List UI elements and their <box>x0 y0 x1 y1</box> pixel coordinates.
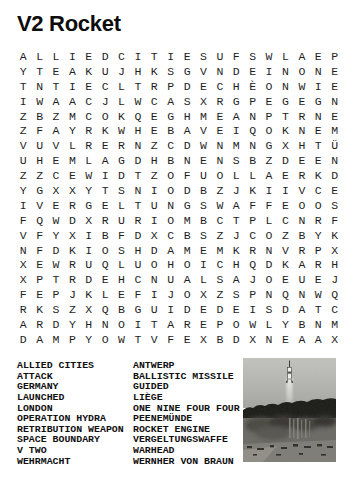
grid-cell-r12c18: N <box>294 213 310 228</box>
grid-cell-r5c18: R <box>294 109 310 124</box>
grid-cell-r9c10: O <box>163 168 179 183</box>
grid-cell-r13c12: S <box>195 228 211 243</box>
grid-cell-r18c5: X <box>81 302 97 317</box>
grid-cell-r10c16: I <box>261 183 277 198</box>
grid-cell-r14c14: K <box>228 243 244 258</box>
grid-cell-r8c2: H <box>31 153 47 168</box>
grid-cell-r7c2: U <box>31 138 47 153</box>
grid-cell-r19c3: D <box>48 317 64 332</box>
grid-cell-r10c3: X <box>48 183 64 198</box>
rocket-launch-photo <box>243 358 336 462</box>
grid-cell-r8c9: H <box>146 153 162 168</box>
grid-cell-r8c20: N <box>326 153 342 168</box>
grid-cell-r17c11: O <box>179 287 195 302</box>
grid-cell-r4c14: G <box>228 94 244 109</box>
grid-cell-r1c19: E <box>310 49 326 64</box>
grid-cell-r16c4: R <box>64 272 80 287</box>
grid-cell-r20c20: X <box>326 332 342 347</box>
grid-cell-r8c10: B <box>163 153 179 168</box>
grid-cell-r5c10: G <box>163 109 179 124</box>
grid-cell-r18c16: S <box>261 302 277 317</box>
grid-cell-r13c19: Y <box>310 228 326 243</box>
grid-cell-r15c11: O <box>179 257 195 272</box>
grid-cell-r20c14: D <box>228 332 244 347</box>
grid-cell-r4c12: X <box>195 94 211 109</box>
grid-cell-r6c2: F <box>31 123 47 138</box>
grid-cell-r19c4: Y <box>64 317 80 332</box>
grid-cell-r1c9: T <box>146 49 162 64</box>
grid-cell-r3c4: I <box>64 79 80 94</box>
grid-cell-r3c13: C <box>212 79 228 94</box>
grid-cell-r19c12: E <box>195 317 211 332</box>
grid-cell-r1c18: A <box>294 49 310 64</box>
grid-cell-r6c13: E <box>212 123 228 138</box>
grid-cell-r20c12: X <box>195 332 211 347</box>
grid-cell-r3c11: D <box>179 79 195 94</box>
grid-cell-r15c2: E <box>31 257 47 272</box>
grid-cell-r15c20: H <box>326 257 342 272</box>
grid-cell-r12c10: O <box>163 213 179 228</box>
grid-cell-r15c13: C <box>212 257 228 272</box>
grid-cell-r17c13: Z <box>212 287 228 302</box>
grid-cell-r12c12: B <box>195 213 211 228</box>
grid-cell-r13c5: I <box>81 228 97 243</box>
grid-cell-r8c8: D <box>130 153 146 168</box>
grid-cell-r16c5: D <box>81 272 97 287</box>
grid-cell-r10c19: C <box>310 183 326 198</box>
grid-cell-r5c9: E <box>146 109 162 124</box>
grid-cell-r17c6: L <box>97 287 113 302</box>
grid-cell-r13c2: F <box>31 228 47 243</box>
grid-cell-r2c11: G <box>179 64 195 79</box>
grid-cell-r16c16: O <box>261 272 277 287</box>
grid-cell-r12c15: P <box>244 213 260 228</box>
grid-cell-r7c11: D <box>179 138 195 153</box>
grid-cell-r2c9: K <box>146 64 162 79</box>
grid-cell-r10c4: X <box>64 183 80 198</box>
grid-cell-r11c12: S <box>195 198 211 213</box>
grid-cell-r4c2: W <box>31 94 47 109</box>
grid-cell-r18c3: S <box>48 302 64 317</box>
grid-cell-r6c11: A <box>179 123 195 138</box>
grid-cell-r4c4: A <box>64 94 80 109</box>
grid-cell-r4c8: W <box>130 94 146 109</box>
grid-cell-r20c18: A <box>294 332 310 347</box>
grid-cell-r17c8: F <box>130 287 146 302</box>
grid-cell-r2c17: N <box>277 64 293 79</box>
grid-cell-r7c3: V <box>48 138 64 153</box>
grid-cell-r3c3: T <box>48 79 64 94</box>
grid-cell-r9c9: Z <box>146 168 162 183</box>
grid-cell-r4c1: I <box>15 94 31 109</box>
grid-cell-r8c18: E <box>294 153 310 168</box>
grid-cell-r14c7: S <box>113 243 129 258</box>
grid-cell-r3c8: T <box>130 79 146 94</box>
grid-cell-r2c4: A <box>64 64 80 79</box>
grid-cell-r8c1: U <box>15 153 31 168</box>
grid-cell-r19c10: A <box>163 317 179 332</box>
grid-cell-r12c6: R <box>97 213 113 228</box>
grid-cell-r8c15: B <box>244 153 260 168</box>
grid-cell-r3c10: P <box>163 79 179 94</box>
grid-cell-r1c8: I <box>130 49 146 64</box>
grid-cell-r7c5: R <box>81 138 97 153</box>
grid-cell-r7c14: M <box>228 138 244 153</box>
grid-cell-r14c5: I <box>81 243 97 258</box>
grid-cell-r20c17: E <box>277 332 293 347</box>
grid-cell-r17c10: J <box>163 287 179 302</box>
grid-cell-r16c6: E <box>97 272 113 287</box>
grid-cell-r17c3: P <box>48 287 64 302</box>
grid-cell-r1c4: I <box>64 49 80 64</box>
grid-cell-r1c13: U <box>212 49 228 64</box>
grid-cell-r8c3: E <box>48 153 64 168</box>
grid-cell-r4c20: N <box>326 94 342 109</box>
grid-cell-r15c16: D <box>261 257 277 272</box>
grid-cell-r18c19: T <box>310 302 326 317</box>
grid-cell-r6c3: A <box>48 123 64 138</box>
grid-cell-r17c16: N <box>261 287 277 302</box>
grid-cell-r13c6: B <box>97 228 113 243</box>
grid-cell-r4c6: J <box>97 94 113 109</box>
word-list-item: WEHRMACHT <box>17 457 124 468</box>
grid-cell-r7c1: V <box>15 138 31 153</box>
grid-cell-r17c18: N <box>294 287 310 302</box>
grid-cell-r1c16: W <box>261 49 277 64</box>
grid-cell-r4c11: S <box>179 94 195 109</box>
grid-cell-r6c16: O <box>261 123 277 138</box>
grid-cell-r1c7: C <box>113 49 129 64</box>
grid-cell-r14c18: R <box>294 243 310 258</box>
grid-cell-r14c16: N <box>261 243 277 258</box>
grid-cell-r16c18: U <box>294 272 310 287</box>
grid-cell-r12c5: X <box>81 213 97 228</box>
grid-cell-r16c12: L <box>195 272 211 287</box>
grid-cell-r12c2: Q <box>31 213 47 228</box>
grid-cell-r16c17: E <box>277 272 293 287</box>
word-list-left-column: ALLIED CITIESATTACKGERMANYLAUNCHEDLONDON… <box>17 361 124 467</box>
grid-cell-r15c4: R <box>64 257 80 272</box>
grid-cell-r6c8: H <box>130 123 146 138</box>
grid-cell-r5c15: N <box>244 109 260 124</box>
grid-cell-r4c5: C <box>81 94 97 109</box>
grid-cell-r9c11: F <box>179 168 195 183</box>
grid-cell-r5c7: K <box>113 109 129 124</box>
grid-cell-r19c16: L <box>261 317 277 332</box>
grid-cell-r18c7: B <box>113 302 129 317</box>
grid-cell-r13c4: X <box>64 228 80 243</box>
grid-cell-r3c16: O <box>261 79 277 94</box>
grid-cell-r9c5: W <box>81 168 97 183</box>
grid-cell-r10c15: K <box>244 183 260 198</box>
grid-cell-r15c9: O <box>146 257 162 272</box>
grid-cell-r15c3: W <box>48 257 64 272</box>
grid-cell-r20c10: F <box>163 332 179 347</box>
grid-cell-r12c3: W <box>48 213 64 228</box>
grid-cell-r1c17: L <box>277 49 293 64</box>
grid-cell-r5c6: O <box>97 109 113 124</box>
grid-cell-r19c20: M <box>326 317 342 332</box>
grid-cell-r11c20: S <box>326 198 342 213</box>
grid-cell-r20c7: W <box>113 332 129 347</box>
grid-cell-r3c15: È <box>244 79 260 94</box>
grid-cell-r11c11: G <box>179 198 195 213</box>
grid-cell-r10c17: I <box>277 183 293 198</box>
grid-cell-r5c11: H <box>179 109 195 124</box>
photo-grain <box>243 358 336 462</box>
grid-cell-r3c17: N <box>277 79 293 94</box>
word-list-item: LAUNCHED <box>17 393 124 404</box>
grid-cell-r9c3: C <box>48 168 64 183</box>
grid-cell-r16c1: X <box>15 272 31 287</box>
grid-cell-r9c16: A <box>261 168 277 183</box>
grid-cell-r13c17: Z <box>277 228 293 243</box>
grid-cell-r2c8: H <box>130 64 146 79</box>
grid-cell-r2c5: K <box>81 64 97 79</box>
grid-cell-r6c7: W <box>113 123 129 138</box>
grid-cell-r19c17: Y <box>277 317 293 332</box>
grid-cell-r4c10: A <box>163 94 179 109</box>
grid-cell-r16c14: A <box>228 272 244 287</box>
grid-cell-r19c6: N <box>97 317 113 332</box>
grid-cell-r3c20: E <box>326 79 342 94</box>
grid-cell-r4c9: C <box>146 94 162 109</box>
grid-cell-r11c19: O <box>310 198 326 213</box>
grid-cell-r1c15: S <box>244 49 260 64</box>
grid-cell-r16c7: H <box>113 272 129 287</box>
grid-cell-r11c7: L <box>113 198 129 213</box>
grid-cell-r15c1: X <box>15 257 31 272</box>
grid-cell-r1c6: D <box>97 49 113 64</box>
grid-cell-r11c2: V <box>31 198 47 213</box>
grid-cell-r16c2: P <box>31 272 47 287</box>
grid-cell-r4c19: G <box>310 94 326 109</box>
grid-cell-r2c20: E <box>326 64 342 79</box>
grid-cell-r20c6: O <box>97 332 113 347</box>
grid-cell-r5c16: P <box>261 109 277 124</box>
grid-cell-r20c3: M <box>48 332 64 347</box>
grid-cell-r15c14: H <box>228 257 244 272</box>
grid-cell-r19c7: O <box>113 317 129 332</box>
grid-cell-r15c10: H <box>163 257 179 272</box>
grid-cell-r8c13: N <box>212 153 228 168</box>
grid-cell-r10c14: J <box>228 183 244 198</box>
grid-cell-r12c13: C <box>212 213 228 228</box>
grid-cell-r6c20: M <box>326 123 342 138</box>
grid-cell-r13c11: B <box>179 228 195 243</box>
grid-cell-r7c4: L <box>64 138 80 153</box>
grid-cell-r1c3: L <box>48 49 64 64</box>
grid-cell-r3c12: E <box>195 79 211 94</box>
grid-cell-r1c12: S <box>195 49 211 64</box>
grid-cell-r1c1: A <box>15 49 31 64</box>
grid-cell-r5c3: Z <box>48 109 64 124</box>
grid-cell-r20c2: A <box>31 332 47 347</box>
grid-cell-r20c8: T <box>130 332 146 347</box>
grid-cell-r5c8: Q <box>130 109 146 124</box>
grid-cell-r11c14: A <box>228 198 244 213</box>
grid-cell-r15c18: A <box>294 257 310 272</box>
grid-cell-r11c1: I <box>15 198 31 213</box>
grid-cell-r2c12: V <box>195 64 211 79</box>
grid-cell-r18c17: D <box>277 302 293 317</box>
grid-cell-r13c7: F <box>113 228 129 243</box>
grid-cell-r10c18: V <box>294 183 310 198</box>
grid-cell-r2c10: S <box>163 64 179 79</box>
grid-cell-r6c18: N <box>294 123 310 138</box>
grid-cell-r1c20: P <box>326 49 342 64</box>
grid-cell-r11c3: E <box>48 198 64 213</box>
grid-cell-r7c18: H <box>294 138 310 153</box>
grid-cell-r19c14: O <box>228 317 244 332</box>
grid-cell-r15c15: Q <box>244 257 260 272</box>
grid-cell-r11c5: G <box>81 198 97 213</box>
grid-cell-r15c6: Q <box>97 257 113 272</box>
grid-cell-r9c7: D <box>113 168 129 183</box>
grid-cell-r15c7: L <box>113 257 129 272</box>
grid-cell-r16c19: E <box>310 272 326 287</box>
grid-cell-r7c8: N <box>130 138 146 153</box>
grid-cell-r20c5: Y <box>81 332 97 347</box>
grid-cell-r17c12: X <box>195 287 211 302</box>
grid-cell-r16c11: A <box>179 272 195 287</box>
word-list-right-column: ANTWERPBALLISTIC MISSILEGUIDEDLIÈGEONE N… <box>133 361 240 467</box>
grid-cell-r19c2: R <box>31 317 47 332</box>
grid-cell-r17c19: W <box>310 287 326 302</box>
grid-cell-r14c8: H <box>130 243 146 258</box>
grid-cell-r8c16: Z <box>261 153 277 168</box>
rocket-launch-illustration <box>243 358 336 462</box>
grid-cell-r11c9: U <box>146 198 162 213</box>
grid-cell-r11c4: R <box>64 198 80 213</box>
grid-cell-r10c12: B <box>195 183 211 198</box>
grid-cell-r13c1: V <box>15 228 31 243</box>
grid-cell-r11c16: F <box>261 198 277 213</box>
grid-cell-r5c1: Z <box>15 109 31 124</box>
grid-cell-r9c2: Z <box>31 168 47 183</box>
grid-cell-r11c13: W <box>212 198 228 213</box>
grid-cell-r19c19: N <box>310 317 326 332</box>
grid-cell-r17c20: Q <box>326 287 342 302</box>
grid-cell-r5c17: T <box>277 109 293 124</box>
grid-cell-r14c4: K <box>64 243 80 258</box>
grid-cell-r3c18: W <box>294 79 310 94</box>
grid-cell-r3c6: C <box>97 79 113 94</box>
grid-cell-r12c11: M <box>179 213 195 228</box>
grid-cell-r18c11: D <box>179 302 195 317</box>
grid-cell-r14c2: F <box>31 243 47 258</box>
grid-cell-r11c6: E <box>97 198 113 213</box>
grid-cell-r4c13: R <box>212 94 228 109</box>
grid-cell-r17c15: P <box>244 287 260 302</box>
grid-cell-r13c8: D <box>130 228 146 243</box>
grid-cell-r2c1: Y <box>15 64 31 79</box>
grid-cell-r8c4: M <box>64 153 80 168</box>
grid-cell-r18c14: E <box>228 302 244 317</box>
grid-cell-r9c4: E <box>64 168 80 183</box>
grid-cell-r11c18: O <box>294 198 310 213</box>
word-list-item: WERNHER VON BRAUN <box>133 457 240 468</box>
grid-cell-r7c19: T <box>310 138 326 153</box>
page-title: V2 Rocket <box>17 11 121 37</box>
grid-cell-r8c19: E <box>310 153 326 168</box>
grid-cell-r10c5: Y <box>81 183 97 198</box>
grid-cell-r12c19: R <box>310 213 326 228</box>
grid-cell-r17c7: E <box>113 287 129 302</box>
grid-cell-r20c1: D <box>15 332 31 347</box>
grid-cell-r6c4: Y <box>64 123 80 138</box>
grid-cell-r18c2: K <box>31 302 47 317</box>
grid-cell-r12c7: U <box>113 213 129 228</box>
grid-cell-r6c12: V <box>195 123 211 138</box>
grid-cell-r9c12: U <box>195 168 211 183</box>
grid-cell-r4c18: E <box>294 94 310 109</box>
grid-cell-r7c15: N <box>244 138 260 153</box>
grid-cell-r15c8: U <box>130 257 146 272</box>
grid-cell-r15c19: R <box>310 257 326 272</box>
grid-cell-r6c9: E <box>146 123 162 138</box>
grid-cell-r2c18: O <box>294 64 310 79</box>
grid-cell-r20c4: P <box>64 332 80 347</box>
grid-cell-r20c11: E <box>179 332 195 347</box>
grid-cell-r16c9: N <box>146 272 162 287</box>
grid-cell-r18c4: Z <box>64 302 80 317</box>
grid-cell-r17c2: E <box>31 287 47 302</box>
grid-cell-r18c6: Q <box>97 302 113 317</box>
grid-cell-r14c9: D <box>146 243 162 258</box>
grid-cell-r4c17: G <box>277 94 293 109</box>
grid-cell-r18c20: C <box>326 302 342 317</box>
grid-cell-r18c18: A <box>294 302 310 317</box>
grid-cell-r8c7: G <box>113 153 129 168</box>
grid-cell-r8c5: L <box>81 153 97 168</box>
grid-cell-r3c1: T <box>15 79 31 94</box>
grid-cell-r15c17: K <box>277 257 293 272</box>
grid-cell-r2c7: J <box>113 64 129 79</box>
grid-cell-r2c13: N <box>212 64 228 79</box>
grid-cell-r2c16: I <box>261 64 277 79</box>
grid-cell-r9c14: L <box>228 168 244 183</box>
grid-cell-r11c15: F <box>244 198 260 213</box>
grid-cell-r2c3: E <box>48 64 64 79</box>
grid-cell-r15c12: I <box>195 257 211 272</box>
grid-cell-r4c16: E <box>261 94 277 109</box>
grid-cell-r5c4: M <box>64 109 80 124</box>
grid-cell-r8c14: S <box>228 153 244 168</box>
grid-cell-r12c8: R <box>130 213 146 228</box>
grid-cell-r18c13: D <box>212 302 228 317</box>
grid-cell-r4c7: L <box>113 94 129 109</box>
grid-cell-r7c16: G <box>261 138 277 153</box>
grid-cell-r1c2: L <box>31 49 47 64</box>
grid-cell-r9c6: I <box>97 168 113 183</box>
grid-cell-r2c19: N <box>310 64 326 79</box>
grid-cell-r10c7: S <box>113 183 129 198</box>
grid-cell-r19c8: I <box>130 317 146 332</box>
grid-cell-r3c14: H <box>228 79 244 94</box>
grid-cell-r17c9: I <box>146 287 162 302</box>
grid-cell-r1c14: F <box>228 49 244 64</box>
grid-cell-r13c14: J <box>228 228 244 243</box>
grid-cell-r5c20: E <box>326 109 342 124</box>
grid-cell-r14c13: M <box>212 243 228 258</box>
grid-cell-r7c9: Z <box>146 138 162 153</box>
grid-cell-r20c19: A <box>310 332 326 347</box>
grid-cell-r8c11: N <box>179 153 195 168</box>
grid-cell-r20c16: N <box>261 332 277 347</box>
grid-cell-r18c10: I <box>163 302 179 317</box>
grid-cell-r14c19: P <box>310 243 326 258</box>
